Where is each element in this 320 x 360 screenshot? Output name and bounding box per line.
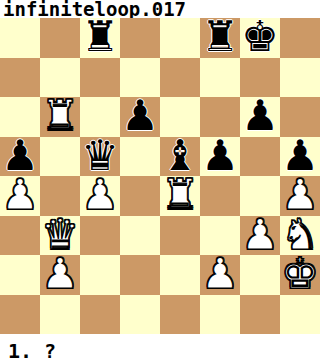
- black-rook: ♜: [201, 18, 239, 57]
- black-pawn: ♟: [1, 137, 39, 176]
- square-c6[interactable]: [80, 97, 120, 137]
- square-b7[interactable]: [40, 58, 80, 98]
- black-pawn: ♟: [201, 137, 239, 176]
- white-knight: ♞: [281, 216, 319, 255]
- square-b4[interactable]: [40, 176, 80, 216]
- white-pawn: ♟: [1, 176, 39, 215]
- square-g4[interactable]: [240, 176, 280, 216]
- white-pawn: ♟: [41, 255, 79, 294]
- white-pawn: ♟: [201, 255, 239, 294]
- square-b5[interactable]: [40, 137, 80, 177]
- square-e1[interactable]: [160, 295, 200, 335]
- square-g6[interactable]: ♟: [240, 97, 280, 137]
- square-e8[interactable]: [160, 18, 200, 58]
- square-b2[interactable]: ♟: [40, 255, 80, 295]
- black-pawn: ♟: [121, 97, 159, 136]
- square-g7[interactable]: [240, 58, 280, 98]
- black-pawn: ♟: [281, 137, 319, 176]
- square-g2[interactable]: [240, 255, 280, 295]
- square-f8[interactable]: ♜: [200, 18, 240, 58]
- white-rook: ♜: [41, 97, 79, 136]
- square-h7[interactable]: [280, 58, 320, 98]
- square-a7[interactable]: [0, 58, 40, 98]
- square-a4[interactable]: ♟: [0, 176, 40, 216]
- square-d6[interactable]: ♟: [120, 97, 160, 137]
- square-g3[interactable]: ♟: [240, 216, 280, 256]
- square-h3[interactable]: ♞: [280, 216, 320, 256]
- square-g5[interactable]: [240, 137, 280, 177]
- square-c1[interactable]: [80, 295, 120, 335]
- square-a6[interactable]: [0, 97, 40, 137]
- square-c2[interactable]: [80, 255, 120, 295]
- square-e3[interactable]: [160, 216, 200, 256]
- square-e4[interactable]: ♜: [160, 176, 200, 216]
- square-h1[interactable]: [280, 295, 320, 335]
- square-d5[interactable]: [120, 137, 160, 177]
- square-f6[interactable]: [200, 97, 240, 137]
- square-d1[interactable]: [120, 295, 160, 335]
- white-pawn: ♟: [281, 176, 319, 215]
- square-e2[interactable]: [160, 255, 200, 295]
- square-e6[interactable]: [160, 97, 200, 137]
- square-h4[interactable]: ♟: [280, 176, 320, 216]
- square-c4[interactable]: ♟: [80, 176, 120, 216]
- white-pawn: ♟: [241, 216, 279, 255]
- chess-board: ♜♜♚♜♟♟♟♛♝♟♟♟♟♜♟♛♟♞♟♟♚: [0, 18, 320, 334]
- square-c5[interactable]: ♛: [80, 137, 120, 177]
- square-d8[interactable]: [120, 18, 160, 58]
- square-f1[interactable]: [200, 295, 240, 335]
- white-queen: ♛: [41, 216, 79, 255]
- square-a5[interactable]: ♟: [0, 137, 40, 177]
- black-bishop: ♝: [161, 137, 199, 176]
- white-rook: ♜: [161, 176, 199, 215]
- square-a1[interactable]: [0, 295, 40, 335]
- white-pawn: ♟: [81, 176, 119, 215]
- square-c8[interactable]: ♜: [80, 18, 120, 58]
- move-prompt: 1. ?: [0, 334, 320, 360]
- white-king: ♚: [281, 255, 319, 294]
- black-rook: ♜: [81, 18, 119, 57]
- square-b6[interactable]: ♜: [40, 97, 80, 137]
- square-c7[interactable]: [80, 58, 120, 98]
- square-a3[interactable]: [0, 216, 40, 256]
- square-f3[interactable]: [200, 216, 240, 256]
- square-f4[interactable]: [200, 176, 240, 216]
- square-d3[interactable]: [120, 216, 160, 256]
- square-g1[interactable]: [240, 295, 280, 335]
- square-f7[interactable]: [200, 58, 240, 98]
- square-g8[interactable]: ♚: [240, 18, 280, 58]
- square-f2[interactable]: ♟: [200, 255, 240, 295]
- black-queen: ♛: [81, 137, 119, 176]
- black-pawn: ♟: [241, 97, 279, 136]
- square-h8[interactable]: [280, 18, 320, 58]
- black-king: ♚: [241, 18, 279, 57]
- square-f5[interactable]: ♟: [200, 137, 240, 177]
- square-d4[interactable]: [120, 176, 160, 216]
- square-b1[interactable]: [40, 295, 80, 335]
- square-e7[interactable]: [160, 58, 200, 98]
- square-h5[interactable]: ♟: [280, 137, 320, 177]
- square-a2[interactable]: [0, 255, 40, 295]
- square-e5[interactable]: ♝: [160, 137, 200, 177]
- square-c3[interactable]: [80, 216, 120, 256]
- square-h6[interactable]: [280, 97, 320, 137]
- square-b3[interactable]: ♛: [40, 216, 80, 256]
- square-b8[interactable]: [40, 18, 80, 58]
- square-d2[interactable]: [120, 255, 160, 295]
- puzzle-title: infiniteloop.017: [0, 0, 320, 18]
- square-d7[interactable]: [120, 58, 160, 98]
- square-a8[interactable]: [0, 18, 40, 58]
- square-h2[interactable]: ♚: [280, 255, 320, 295]
